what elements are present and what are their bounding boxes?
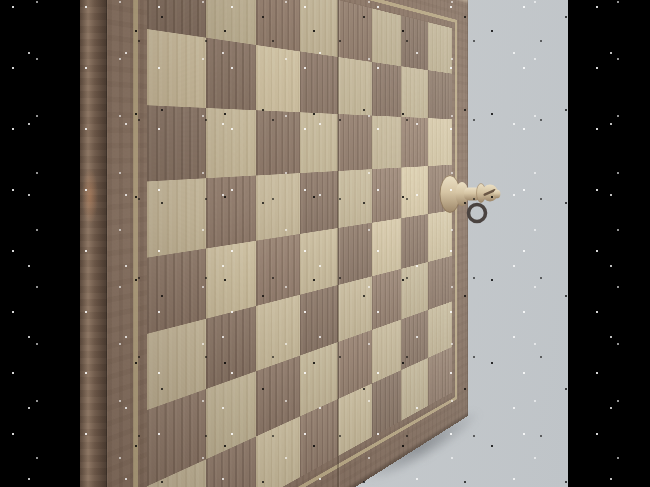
board-side-edge: [80, 0, 107, 487]
square-r4c4: [300, 171, 338, 234]
photo-stage: [0, 0, 650, 487]
board-squares: [147, 0, 452, 487]
square-r1c6: [372, 8, 402, 66]
square-r1c7: [401, 16, 428, 71]
square-r2c6: [372, 62, 402, 117]
clasp-ring-icon: [469, 205, 486, 222]
square-r3c7: [401, 117, 428, 168]
square-r3c6: [372, 116, 402, 170]
square-r2c4: [300, 51, 338, 114]
square-r5c4: [300, 228, 338, 295]
square-r3c3: [256, 110, 300, 175]
square-r3c5: [338, 114, 372, 171]
square-r3c1: [147, 105, 206, 181]
square-r4c3: [256, 173, 300, 241]
square-r2c5: [338, 57, 372, 116]
square-r2c3: [256, 45, 300, 112]
perspective-scene: [80, 0, 568, 487]
square-r4c5: [338, 169, 372, 228]
left-letterbox-bar: [0, 0, 80, 487]
square-r2c1: [147, 29, 206, 108]
square-r4c1: [147, 178, 206, 257]
square-r3c2: [206, 108, 256, 178]
square-r4c6: [372, 168, 402, 223]
square-r4c7: [401, 166, 428, 218]
square-r1c5: [338, 0, 372, 62]
square-r1c4: [300, 0, 338, 57]
square-r5c7: [401, 214, 428, 269]
fold-seam: [337, 0, 338, 487]
square-r3c8: [428, 118, 452, 166]
right-letterbox-bar: [568, 0, 650, 487]
knob-tip: [494, 190, 501, 198]
square-r2c2: [206, 38, 256, 111]
latch-knob: [434, 172, 502, 226]
square-r5c6: [372, 218, 402, 276]
chessboard-photo: [80, 0, 568, 487]
square-r5c3: [256, 234, 300, 306]
square-r2c8: [428, 70, 452, 119]
square-r3c4: [300, 112, 338, 173]
chess-board: [97, 0, 468, 487]
square-r5c5: [338, 223, 372, 285]
square-r1c8: [428, 22, 452, 73]
square-r4c2: [206, 175, 256, 248]
square-r2c7: [401, 66, 428, 118]
square-r1c3: [256, 0, 300, 51]
